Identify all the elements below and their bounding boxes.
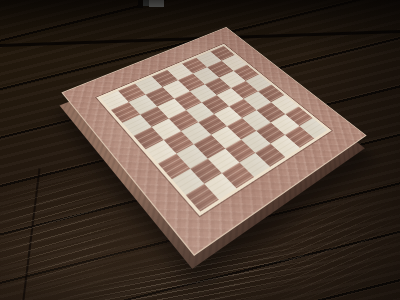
chessboard-photo [0, 0, 400, 300]
